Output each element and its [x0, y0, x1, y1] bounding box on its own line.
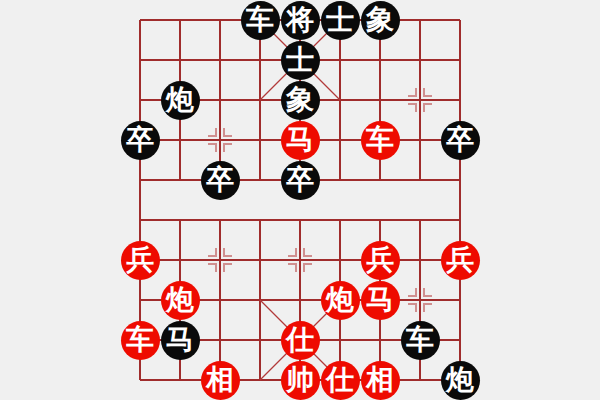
- piece-red-cannon[interactable]: 炮: [321, 281, 360, 320]
- piece-black-advisor[interactable]: 士: [281, 41, 320, 80]
- piece-black-cannon[interactable]: 炮: [161, 81, 200, 120]
- piece-red-chariot[interactable]: 车: [361, 121, 400, 160]
- piece-black-soldier[interactable]: 卒: [121, 121, 160, 160]
- piece-red-elephant[interactable]: 相: [201, 361, 240, 400]
- piece-red-horse[interactable]: 马: [361, 281, 400, 320]
- piece-black-cannon[interactable]: 炮: [441, 361, 480, 400]
- piece-black-soldier[interactable]: 卒: [281, 161, 320, 200]
- piece-black-horse[interactable]: 马: [161, 321, 200, 360]
- piece-red-horse[interactable]: 马: [281, 121, 320, 160]
- piece-black-soldier[interactable]: 卒: [441, 121, 480, 160]
- pieces-grid: 车将士象士炮象卒马车卒卒卒兵兵兵炮炮马车马仕车相帅仕相炮: [120, 0, 480, 400]
- piece-red-elephant[interactable]: 相: [361, 361, 400, 400]
- piece-black-general[interactable]: 将: [281, 1, 320, 40]
- piece-red-soldier[interactable]: 兵: [121, 241, 160, 280]
- piece-black-advisor[interactable]: 士: [321, 1, 360, 40]
- piece-red-soldier[interactable]: 兵: [441, 241, 480, 280]
- piece-red-general[interactable]: 帅: [281, 361, 320, 400]
- piece-red-chariot[interactable]: 车: [121, 321, 160, 360]
- piece-red-soldier[interactable]: 兵: [361, 241, 400, 280]
- piece-black-elephant[interactable]: 象: [281, 81, 320, 120]
- xiangqi-screenshot: 车将士象士炮象卒马车卒卒卒兵兵兵炮炮马车马仕车相帅仕相炮: [0, 0, 600, 400]
- piece-red-cannon[interactable]: 炮: [161, 281, 200, 320]
- piece-black-chariot[interactable]: 车: [241, 1, 280, 40]
- piece-red-advisor[interactable]: 仕: [281, 321, 320, 360]
- piece-black-soldier[interactable]: 卒: [201, 161, 240, 200]
- piece-black-chariot[interactable]: 车: [401, 321, 440, 360]
- piece-red-advisor[interactable]: 仕: [321, 361, 360, 400]
- piece-black-elephant[interactable]: 象: [361, 1, 400, 40]
